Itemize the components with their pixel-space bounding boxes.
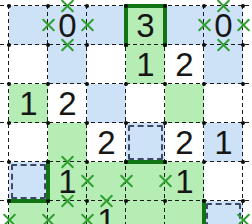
grid-dot [46,4,50,8]
grid-dot [85,121,89,125]
grid-dot [85,43,89,47]
grid-dot [46,160,50,164]
grid-dot [7,4,11,8]
grid-dot [7,121,11,125]
cross-mark-h-r4c1[interactable] [60,155,75,170]
cell-r5c3[interactable] [126,201,165,224]
grid-dot [241,199,245,203]
cross-mark-v-r5c0[interactable] [2,213,17,224]
grid-dot [202,82,206,86]
loop-edge-v-r4c1[interactable] [46,160,50,203]
grid-dot [85,4,89,8]
cell-r2c2[interactable] [87,84,126,123]
cross-mark-h-r5c1[interactable] [60,194,75,209]
grid-dot [85,199,89,203]
cross-mark-h-r1c1[interactable] [60,38,75,53]
grid-dot [241,160,245,164]
grid-dot [85,160,89,164]
grid-dot [7,199,11,203]
grid-dot [124,121,128,125]
cell-r1c2[interactable] [87,45,126,84]
cross-mark-v-r0c1[interactable] [41,18,56,33]
clue-cell-r1c3[interactable]: 1 [126,45,165,84]
cell-r3c0[interactable] [9,123,48,162]
cell-r3c3[interactable] [126,123,165,162]
cross-mark-v-r5c6[interactable] [236,213,251,224]
cell-r2c3[interactable] [126,84,165,123]
clue-cell-r0c3[interactable]: 3 [126,6,165,45]
clue-cell-r1c4[interactable]: 2 [165,45,204,84]
grid-line-v [86,5,87,224]
grid-dot [46,121,50,125]
loop-edge-v-r0c3[interactable] [124,4,128,47]
grid-dot [202,121,206,125]
grid-dot [85,82,89,86]
grid-dot [202,199,206,203]
loop-edge-h-r4c3[interactable] [124,160,167,164]
cross-mark-v-r4c2[interactable] [80,174,95,189]
grid-dot [163,160,167,164]
cross-mark-v-r5c1[interactable] [41,213,56,224]
clue-cell-r2c0[interactable]: 1 [9,84,48,123]
grid-line-v [203,5,204,224]
cross-mark-h-r0c5[interactable] [216,0,231,14]
grid-dot [46,199,50,203]
grid-dot [163,43,167,47]
grid-dot [124,160,128,164]
cell-r2c4[interactable] [165,84,204,123]
grid-dot [163,121,167,125]
grid-dot [241,43,245,47]
grid-dot [124,4,128,8]
grid-dot [7,43,11,47]
cell-r4c0[interactable] [9,162,48,201]
grid-dot [202,4,206,8]
cross-mark-v-r4c4[interactable] [158,174,173,189]
grid-dot [46,82,50,86]
cell-r5c4[interactable] [165,201,204,224]
grid-line-v [242,5,243,224]
cell-r1c0[interactable] [9,45,48,84]
grid-dot [124,82,128,86]
grid-dot [163,199,167,203]
clue-cell-r3c2[interactable]: 2 [87,123,126,162]
loop-edge-h-r5c0[interactable] [7,199,50,203]
grid-dot [163,82,167,86]
cross-mark-v-r5c2[interactable] [80,213,95,224]
grid-dot [202,43,206,47]
cross-mark-v-r0c5[interactable] [197,18,212,33]
clue-cell-r3c4[interactable]: 2 [165,123,204,162]
grid-dot [7,82,11,86]
loop-edge-h-r0c3[interactable] [124,4,167,8]
slitherlink-board-viewport: 0301212221111 [0,0,252,224]
cross-mark-h-r5c2[interactable] [99,194,114,209]
grid-dot [241,4,245,8]
grid-dot [46,43,50,47]
cross-mark-h-r1c5[interactable] [216,38,231,53]
grid-dot [124,199,128,203]
cross-mark-v-r4c3[interactable] [119,174,134,189]
grid-dot [241,121,245,125]
clue-cell-r3c5[interactable]: 1 [204,123,243,162]
cross-mark-v-r0c6[interactable] [236,18,251,33]
cross-mark-h-r0c1[interactable] [60,0,75,14]
grid-dot [124,43,128,47]
clue-cell-r2c1[interactable]: 2 [48,84,87,123]
cell-r4c5[interactable] [204,162,243,201]
cell-r2c5[interactable] [204,84,243,123]
grid-line-v [8,5,9,224]
grid-dot [163,4,167,8]
grid-dot [241,82,245,86]
grid-dot [7,160,11,164]
loop-edge-v-r0c4[interactable] [163,4,167,47]
grid-dot [202,160,206,164]
cross-mark-v-r0c2[interactable] [80,18,95,33]
